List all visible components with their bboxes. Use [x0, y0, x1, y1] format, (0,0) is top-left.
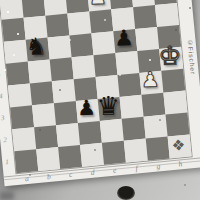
square-g3[interactable]: [141, 93, 165, 117]
square-a4[interactable]: [8, 83, 32, 107]
square-f1[interactable]: [124, 139, 148, 163]
square-c6[interactable]: [48, 35, 72, 59]
square-c7[interactable]: [45, 14, 69, 38]
square-d6[interactable]: [69, 33, 93, 57]
square-a3[interactable]: [10, 105, 34, 129]
square-c2[interactable]: [56, 123, 80, 147]
square-e5[interactable]: [93, 53, 117, 77]
square-b2[interactable]: [34, 125, 58, 149]
square-c5[interactable]: [50, 57, 74, 81]
square-a6[interactable]: [4, 40, 28, 64]
black-pawn-f6[interactable]: ♟: [114, 27, 134, 50]
square-b1[interactable]: [36, 147, 60, 171]
square-d2[interactable]: [78, 121, 102, 145]
square-d7[interactable]: [67, 11, 91, 35]
square-d5[interactable]: [72, 55, 96, 79]
square-a5[interactable]: [6, 62, 30, 86]
square-d1[interactable]: [80, 143, 104, 167]
square-e6[interactable]: [91, 31, 115, 55]
rank-label-4: 4: [0, 92, 3, 100]
black-knight-b6[interactable]: ♞: [25, 34, 47, 59]
square-h7[interactable]: [155, 3, 179, 27]
square-g7[interactable]: [133, 5, 157, 29]
square-b3[interactable]: [32, 103, 56, 127]
square-a2[interactable]: [12, 127, 36, 151]
black-queen-e3[interactable]: ♛: [96, 93, 120, 120]
square-h2[interactable]: [165, 112, 189, 136]
chessboard-photo: abcdefgh12345678 ©Fischer ♟♞♟♚♟♟♛❖: [0, 0, 200, 200]
square-f2[interactable]: [122, 117, 146, 141]
rank-label-2: 2: [3, 136, 7, 144]
square-h4[interactable]: [161, 69, 185, 93]
square-f5[interactable]: [115, 51, 139, 75]
square-e2[interactable]: [100, 119, 124, 143]
corner-shadow: [0, 192, 14, 200]
square-c4[interactable]: [52, 79, 76, 103]
square-f4[interactable]: [117, 73, 141, 97]
square-g2[interactable]: [144, 115, 168, 139]
board-brand-text: ©Fischer: [186, 39, 196, 76]
rank-label-1: 1: [5, 158, 9, 166]
file-label-g: g: [156, 161, 161, 170]
rank-label-3: 3: [1, 114, 5, 122]
rank-label-5: 5: [0, 70, 1, 78]
square-g6[interactable]: [135, 27, 159, 51]
file-label-h: h: [178, 159, 183, 168]
square-a7[interactable]: [2, 18, 26, 42]
square-c3[interactable]: [54, 101, 78, 125]
square-h3[interactable]: [163, 91, 187, 115]
square-c1[interactable]: [58, 145, 82, 169]
square-e1[interactable]: [102, 141, 126, 165]
partial-dark-object: [117, 186, 135, 200]
square-a1[interactable]: [14, 149, 38, 173]
square-g1[interactable]: [146, 136, 170, 160]
chess-board: abcdefgh12345678 ©Fischer ♟♞♟♚♟♟♛❖: [0, 0, 200, 186]
square-b5[interactable]: [28, 59, 52, 83]
square-a8[interactable]: [0, 0, 24, 20]
file-label-d: d: [90, 168, 95, 177]
board-grid: [0, 0, 193, 174]
square-f3[interactable]: [120, 95, 144, 119]
black-pawn-d3[interactable]: ♟: [77, 98, 96, 119]
board-emblem-h1: ❖: [171, 136, 186, 155]
file-label-b: b: [47, 172, 52, 181]
file-label-e: e: [112, 166, 116, 175]
file-label-a: a: [25, 174, 30, 183]
white-king-h5[interactable]: ♚: [158, 43, 182, 70]
square-e7[interactable]: [89, 9, 113, 33]
square-b4[interactable]: [30, 81, 54, 105]
white-pawn-e8[interactable]: ♟: [89, 0, 107, 7]
white-pawn-g4[interactable]: ♟: [140, 69, 159, 90]
